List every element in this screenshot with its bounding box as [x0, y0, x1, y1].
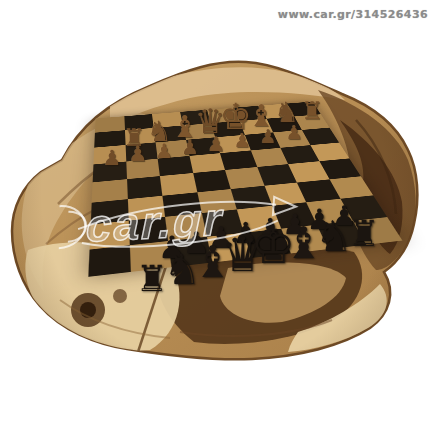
piece-light-pawn[interactable]: ♟ — [207, 134, 225, 154]
piece-light-pawn[interactable]: ♟ — [155, 141, 173, 161]
piece-light-pawn[interactable]: ♟ — [285, 123, 302, 142]
board-square[interactable] — [88, 245, 130, 277]
piece-light-pawn[interactable]: ♟ — [233, 131, 250, 150]
url-watermark: www.car.gr/314526436 — [278, 8, 428, 21]
piece-light-pawn[interactable]: ♟ — [259, 127, 276, 146]
piece-light-pawn[interactable]: ♟ — [103, 148, 122, 169]
piece-light-rook[interactable]: ♜ — [301, 99, 323, 123]
piece-dark-rook[interactable]: ♜ — [348, 216, 380, 252]
piece-light-pawn[interactable]: ♟ — [129, 144, 148, 165]
piece-light-pawn[interactable]: ♟ — [181, 137, 199, 157]
photo-canvas: car.gr www.car.gr/314526436 ♜♞♝♛♚♝♞♜♟♟♟♟… — [0, 0, 431, 431]
